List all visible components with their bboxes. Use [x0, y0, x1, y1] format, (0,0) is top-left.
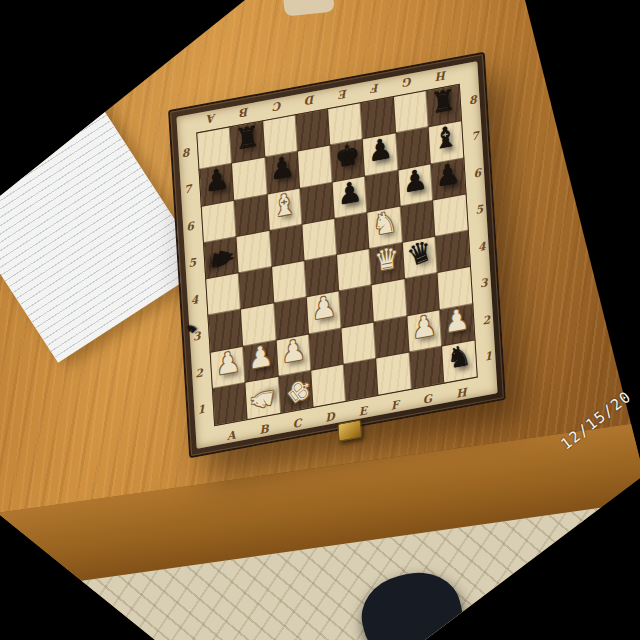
file-label: A	[227, 428, 236, 443]
piece-glyph: ♛	[404, 236, 435, 272]
square-c7: ♟	[265, 152, 300, 195]
piece-glyph: ♝	[432, 122, 458, 155]
piece-black-rook-b8: ♜	[230, 121, 265, 164]
chess-board: ABCDEFGH ABCDEFGH 87654321 87654321 ♜♜♟♟…	[168, 52, 506, 459]
file-label: C	[292, 416, 301, 431]
file-label: H	[436, 67, 447, 82]
square-f4: ♛	[370, 243, 405, 286]
piece-white-pawn-b2: ♟	[243, 340, 278, 383]
rank-label: 6	[186, 219, 194, 233]
square-e8	[328, 103, 363, 146]
piece-black-king-e7: ♚	[330, 140, 365, 183]
square-d8	[295, 109, 330, 152]
rank-label: 2	[195, 366, 203, 380]
piece-black-pawn-g6: ♟	[398, 164, 433, 207]
piece-glyph: ♟	[435, 159, 461, 192]
square-b5	[237, 231, 272, 274]
square-f2	[374, 316, 409, 359]
piece-glyph: ♝	[271, 189, 297, 222]
square-h1: ♞	[442, 340, 477, 383]
piece-black-pawn-c7: ♟	[265, 152, 300, 195]
piece-glyph: ♟	[269, 153, 295, 186]
square-d2	[309, 328, 344, 371]
square-b4	[239, 267, 274, 310]
board-squares: ♜♜♟♟♚♟♝♝♟♟♟♞♞♛♛♟♟♟♟♟♟♞♚♞	[196, 84, 477, 426]
piece-white-bishop-c6: ♝	[267, 188, 302, 231]
piece-glyph: ♞	[247, 385, 279, 412]
square-e4	[337, 249, 372, 292]
square-g2: ♟	[407, 310, 442, 353]
piece-black-knight-a5: ♞	[204, 237, 239, 280]
piece-glyph: ♟	[247, 341, 273, 374]
square-c2: ♟	[276, 334, 311, 377]
square-d6	[300, 182, 335, 225]
table-surface: ABCDEFGH ABCDEFGH 87654321 87654321 ♜♜♟♟…	[0, 0, 640, 640]
piece-glyph: ♟	[367, 134, 393, 167]
square-h2: ♟	[440, 304, 475, 347]
square-c8	[263, 115, 298, 158]
photo-background: ABCDEFGH ABCDEFGH 87654321 87654321 ♜♜♟♟…	[0, 0, 640, 640]
square-g8	[393, 91, 428, 134]
square-a4	[206, 273, 241, 316]
piece-white-pawn-h2: ♟	[440, 304, 475, 347]
piece-glyph: ♟	[204, 165, 230, 198]
square-g4: ♛	[402, 237, 437, 280]
square-a6	[202, 200, 237, 243]
rank-label: 8	[469, 93, 477, 107]
square-g3	[405, 273, 440, 316]
square-b6	[234, 194, 269, 237]
file-label: B	[240, 104, 250, 119]
square-h7: ♝	[428, 121, 463, 164]
square-g1	[409, 346, 444, 389]
square-h6: ♟	[431, 158, 466, 201]
file-label: H	[456, 385, 467, 400]
square-f1	[376, 352, 411, 395]
piece-glyph: ♞	[207, 246, 237, 272]
square-e5	[335, 212, 370, 255]
piece-white-queen-f4: ♛	[370, 243, 405, 286]
square-f6	[365, 170, 400, 213]
square-a7: ♟	[200, 164, 235, 207]
rank-label: 5	[188, 256, 196, 270]
piece-glyph: ♟	[411, 311, 437, 344]
piece-white-pawn-c2: ♟	[276, 334, 311, 377]
piece-white-pawn-g2: ♟	[407, 310, 442, 353]
file-label: F	[391, 398, 399, 412]
piece-glyph: ♟	[215, 347, 241, 380]
square-g5	[400, 200, 435, 243]
square-d3: ♟	[307, 291, 342, 334]
square-g7	[396, 127, 431, 170]
piece-black-queen-g4: ♛	[402, 237, 437, 280]
piece-glyph: ♛	[374, 244, 400, 277]
square-b1: ♞	[246, 376, 281, 419]
rank-label: 1	[197, 403, 205, 417]
piece-white-pawn-a2: ♟	[211, 346, 246, 389]
rank-label: 3	[480, 276, 488, 290]
piece-glyph: ♟	[337, 177, 363, 210]
square-g6: ♟	[398, 164, 433, 207]
file-label: E	[358, 404, 367, 419]
piece-glyph: ♟	[402, 165, 428, 198]
rank-label: 4	[478, 240, 486, 254]
square-a5: ♞	[204, 237, 239, 280]
piece-glyph: ♟	[311, 292, 337, 325]
square-d5	[302, 219, 337, 262]
square-b2: ♟	[243, 340, 278, 383]
rank-label: 7	[184, 183, 192, 197]
rank-label: 5	[475, 203, 483, 217]
rank-label: 4	[190, 293, 198, 307]
piece-glyph: ♞	[371, 207, 397, 240]
square-d1	[311, 364, 346, 407]
file-label: D	[325, 410, 335, 425]
piece-black-pawn-a7: ♟	[200, 164, 235, 207]
square-h3	[437, 267, 472, 310]
piece-black-rook-h8: ♜	[426, 85, 461, 128]
file-label: C	[273, 98, 282, 113]
square-b8: ♜	[230, 121, 265, 164]
square-h5	[433, 194, 468, 237]
square-c5	[269, 225, 304, 268]
piece-white-king-c1: ♚	[278, 370, 313, 413]
piece-glyph: ♟	[444, 305, 470, 338]
square-e2	[341, 322, 376, 365]
square-d7	[298, 146, 333, 189]
file-label: F	[371, 80, 379, 94]
square-c1: ♚	[278, 370, 313, 413]
file-label: D	[306, 92, 316, 107]
square-e1	[344, 358, 379, 401]
rank-label: 6	[473, 166, 481, 180]
piece-black-knight-h1: ♞	[442, 340, 477, 383]
square-h4	[435, 231, 470, 274]
piece-black-pawn-f7: ♟	[363, 134, 398, 177]
piece-white-knight-b1: ♞	[246, 376, 281, 419]
piece-black-pawn-e6: ♟	[333, 176, 368, 219]
piece-glyph: ♚	[334, 140, 360, 173]
square-b7	[232, 158, 267, 201]
piece-black-pawn-h6: ♟	[431, 158, 466, 201]
square-c3	[274, 298, 309, 341]
square-f5: ♞	[367, 206, 402, 249]
square-f8	[361, 97, 396, 140]
square-b3	[241, 304, 276, 347]
square-f7: ♟	[363, 134, 398, 177]
file-label: B	[259, 422, 269, 437]
square-c4	[272, 261, 307, 304]
rank-label: 2	[482, 313, 490, 327]
file-label: A	[207, 110, 216, 125]
square-e3	[339, 285, 374, 328]
square-a8	[197, 127, 232, 170]
rank-label: 8	[181, 146, 189, 160]
file-label: G	[422, 392, 432, 407]
square-a2: ♟	[211, 346, 246, 389]
square-f3	[372, 279, 407, 322]
square-c6: ♝	[267, 188, 302, 231]
square-a1	[213, 383, 248, 426]
square-h8: ♜	[426, 85, 461, 128]
file-label: E	[339, 86, 348, 101]
piece-glyph: ♟	[280, 335, 306, 368]
square-e6: ♟	[333, 176, 368, 219]
square-d4	[304, 255, 339, 298]
piece-glyph: ♞	[446, 341, 472, 374]
piece-black-bishop-h7: ♝	[428, 121, 463, 164]
piece-glyph: ♜	[234, 122, 260, 155]
piece-glyph: ♜	[430, 86, 456, 119]
square-a3	[208, 310, 243, 353]
piece-white-pawn-d3: ♟	[307, 291, 342, 334]
rank-label: 1	[484, 350, 492, 364]
square-e7: ♚	[330, 140, 365, 183]
rank-label: 7	[471, 129, 479, 143]
file-label: G	[403, 74, 413, 89]
piece-white-knight-f5: ♞	[367, 206, 402, 249]
